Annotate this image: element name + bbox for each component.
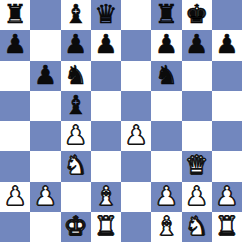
square-d6[interactable] <box>91 61 121 91</box>
piece-white-rook[interactable]: ♜ <box>94 213 117 239</box>
square-f7[interactable]: ♟ <box>151 30 181 60</box>
piece-white-queen[interactable]: ♛ <box>185 152 208 178</box>
piece-white-pawn[interactable]: ♟ <box>185 183 208 209</box>
piece-black-pawn[interactable]: ♟ <box>185 31 208 57</box>
square-a3[interactable] <box>0 151 30 181</box>
piece-white-bishop[interactable]: ♝ <box>94 183 117 209</box>
square-c3[interactable]: ♞ <box>61 151 91 181</box>
square-h7[interactable]: ♟ <box>212 30 242 60</box>
square-h5[interactable] <box>212 91 242 121</box>
square-b3[interactable] <box>30 151 60 181</box>
square-e6[interactable] <box>121 61 151 91</box>
piece-black-queen[interactable]: ♛ <box>94 1 117 27</box>
square-c4[interactable]: ♟ <box>61 121 91 151</box>
square-g6[interactable] <box>182 61 212 91</box>
square-c7[interactable]: ♟ <box>61 30 91 60</box>
piece-black-bishop[interactable]: ♝ <box>64 92 87 118</box>
square-e5[interactable] <box>121 91 151 121</box>
square-b6[interactable]: ♟ <box>30 61 60 91</box>
square-e1[interactable] <box>121 212 151 242</box>
piece-black-pawn[interactable]: ♟ <box>64 31 87 57</box>
square-b2[interactable]: ♟ <box>30 182 60 212</box>
piece-white-pawn[interactable]: ♟ <box>64 122 87 148</box>
piece-white-pawn[interactable]: ♟ <box>215 183 238 209</box>
square-d4[interactable] <box>91 121 121 151</box>
piece-white-king[interactable]: ♚ <box>64 213 87 239</box>
square-d2[interactable]: ♝ <box>91 182 121 212</box>
piece-black-pawn[interactable]: ♟ <box>34 62 57 88</box>
square-h6[interactable] <box>212 61 242 91</box>
square-e3[interactable] <box>121 151 151 181</box>
piece-black-rook[interactable]: ♜ <box>155 1 178 27</box>
square-f5[interactable] <box>151 91 181 121</box>
square-b7[interactable] <box>30 30 60 60</box>
square-a6[interactable] <box>0 61 30 91</box>
square-a1[interactable] <box>0 212 30 242</box>
square-d1[interactable]: ♜ <box>91 212 121 242</box>
square-f8[interactable]: ♜ <box>151 0 181 30</box>
piece-black-king[interactable]: ♚ <box>185 1 208 27</box>
chess-board: ♜♝♛♜♚♟♟♟♟♟♟♟♞♞♝♟♟♞♛♟♟♝♟♟♟♚♜♝♞♜ <box>0 0 242 242</box>
piece-black-bishop[interactable]: ♝ <box>64 1 87 27</box>
square-e4[interactable]: ♟ <box>121 121 151 151</box>
piece-black-rook[interactable]: ♜ <box>3 1 26 27</box>
square-d3[interactable] <box>91 151 121 181</box>
square-g1[interactable]: ♞ <box>182 212 212 242</box>
square-d5[interactable] <box>91 91 121 121</box>
square-g8[interactable]: ♚ <box>182 0 212 30</box>
piece-white-rook[interactable]: ♜ <box>215 213 238 239</box>
square-c1[interactable]: ♚ <box>61 212 91 242</box>
square-h2[interactable]: ♟ <box>212 182 242 212</box>
square-c6[interactable]: ♞ <box>61 61 91 91</box>
square-a2[interactable]: ♟ <box>0 182 30 212</box>
square-c5[interactable]: ♝ <box>61 91 91 121</box>
piece-black-knight[interactable]: ♞ <box>155 62 178 88</box>
square-e8[interactable] <box>121 0 151 30</box>
square-g7[interactable]: ♟ <box>182 30 212 60</box>
square-e7[interactable] <box>121 30 151 60</box>
square-h1[interactable]: ♜ <box>212 212 242 242</box>
square-b5[interactable] <box>30 91 60 121</box>
square-g3[interactable]: ♛ <box>182 151 212 181</box>
square-g5[interactable] <box>182 91 212 121</box>
piece-white-pawn[interactable]: ♟ <box>124 122 147 148</box>
square-a7[interactable]: ♟ <box>0 30 30 60</box>
piece-white-pawn[interactable]: ♟ <box>3 183 26 209</box>
square-f6[interactable]: ♞ <box>151 61 181 91</box>
square-g4[interactable] <box>182 121 212 151</box>
square-b8[interactable] <box>30 0 60 30</box>
square-d7[interactable]: ♟ <box>91 30 121 60</box>
square-c2[interactable] <box>61 182 91 212</box>
piece-black-pawn[interactable]: ♟ <box>215 31 238 57</box>
piece-black-knight[interactable]: ♞ <box>64 62 87 88</box>
piece-black-pawn[interactable]: ♟ <box>3 31 26 57</box>
square-c8[interactable]: ♝ <box>61 0 91 30</box>
piece-white-pawn[interactable]: ♟ <box>155 183 178 209</box>
square-f4[interactable] <box>151 121 181 151</box>
square-b4[interactable] <box>30 121 60 151</box>
square-g2[interactable]: ♟ <box>182 182 212 212</box>
square-h4[interactable] <box>212 121 242 151</box>
square-e2[interactable] <box>121 182 151 212</box>
piece-white-knight[interactable]: ♞ <box>185 213 208 239</box>
piece-black-pawn[interactable]: ♟ <box>155 31 178 57</box>
piece-white-pawn[interactable]: ♟ <box>34 183 57 209</box>
square-a5[interactable] <box>0 91 30 121</box>
piece-black-pawn[interactable]: ♟ <box>94 31 117 57</box>
square-h8[interactable] <box>212 0 242 30</box>
square-a4[interactable] <box>0 121 30 151</box>
square-f3[interactable] <box>151 151 181 181</box>
square-f1[interactable]: ♝ <box>151 212 181 242</box>
square-a8[interactable]: ♜ <box>0 0 30 30</box>
square-f2[interactable]: ♟ <box>151 182 181 212</box>
square-h3[interactable] <box>212 151 242 181</box>
square-b1[interactable] <box>30 212 60 242</box>
piece-white-knight[interactable]: ♞ <box>64 152 87 178</box>
square-d8[interactable]: ♛ <box>91 0 121 30</box>
piece-white-bishop[interactable]: ♝ <box>155 213 178 239</box>
